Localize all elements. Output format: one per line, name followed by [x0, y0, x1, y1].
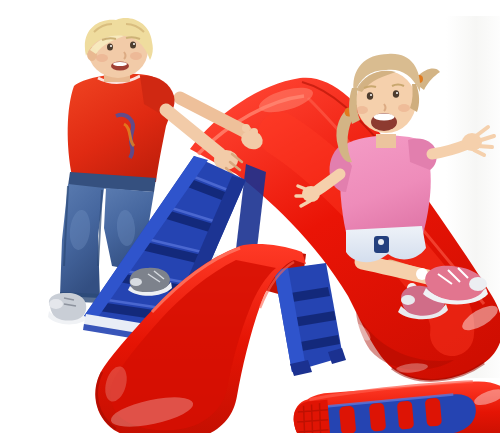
- boy-knuckle-2: [250, 128, 258, 136]
- scene-illustration: [40, 16, 500, 433]
- boy-left-eye: [107, 43, 113, 50]
- left-shoe-toe: [49, 299, 63, 309]
- product-photo: [40, 16, 500, 433]
- girl-teeth: [374, 114, 395, 121]
- boy-cheek-right: [130, 52, 142, 60]
- girl-left-eye: [367, 92, 373, 100]
- boy-teeth: [113, 62, 127, 66]
- girl-shorts-patch-mark: [378, 239, 384, 245]
- boy-cheek-left: [96, 54, 108, 62]
- boy-right-eye: [130, 41, 136, 48]
- rung-gap-2: [369, 403, 386, 432]
- rung-gap-1: [339, 406, 356, 433]
- boy-knuckle-1: [242, 124, 250, 132]
- far-shoe-toe: [401, 295, 415, 305]
- girl-neck: [376, 134, 396, 148]
- right-shoe-toe: [130, 278, 142, 286]
- rung-gap-4: [425, 398, 442, 427]
- boy-eye-glint-1: [110, 45, 112, 47]
- front-shoe-toe: [469, 277, 487, 291]
- girl-cheek-left: [356, 106, 368, 114]
- girl-right-eye: [393, 90, 399, 98]
- rung-gap-3: [397, 401, 414, 430]
- boy-eye-glint-2: [133, 43, 135, 45]
- boy-left-shoe: [48, 293, 87, 325]
- girl-cheek-right: [398, 104, 410, 112]
- girl-eye-glint-2: [396, 92, 398, 94]
- boy-right-shoe: [128, 268, 172, 296]
- girl-eye-glint-1: [370, 94, 372, 96]
